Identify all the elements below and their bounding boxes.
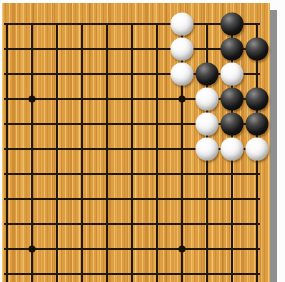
board-grid[interactable] xyxy=(4,23,260,282)
star-point xyxy=(29,96,36,103)
stone-black xyxy=(196,63,219,86)
star-point xyxy=(29,246,36,253)
stone-white xyxy=(221,138,244,161)
stone-white xyxy=(246,138,269,161)
page-background xyxy=(0,0,285,282)
stone-white xyxy=(221,63,244,86)
stone-white xyxy=(171,38,194,61)
star-point xyxy=(179,96,186,103)
stone-white xyxy=(196,138,219,161)
stone-black xyxy=(221,88,244,111)
stone-black xyxy=(221,13,244,36)
go-board xyxy=(2,3,270,282)
stone-black xyxy=(221,113,244,136)
stone-black xyxy=(246,88,269,111)
stone-black xyxy=(221,38,244,61)
stone-white xyxy=(171,63,194,86)
stone-white xyxy=(196,88,219,111)
stone-white xyxy=(196,113,219,136)
stone-black xyxy=(246,38,269,61)
star-point xyxy=(179,246,186,253)
stone-white xyxy=(171,13,194,36)
stone-black xyxy=(246,113,269,136)
